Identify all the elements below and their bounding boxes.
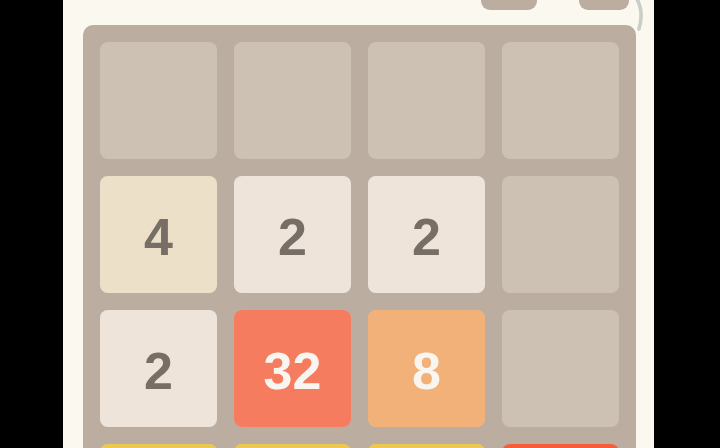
empty-cell xyxy=(502,42,619,159)
letterbox-right xyxy=(654,0,720,448)
empty-cell xyxy=(100,42,217,159)
best-box xyxy=(579,0,629,10)
empty-cell xyxy=(234,42,351,159)
empty-cell xyxy=(502,310,619,427)
empty-cell xyxy=(368,42,485,159)
tile-8: 8 xyxy=(368,310,485,427)
score-box xyxy=(481,0,537,10)
game-stage: 4222328 xyxy=(63,0,654,448)
tile-cropped-red xyxy=(502,444,619,448)
tile-2: 2 xyxy=(368,176,485,293)
screenshot-viewport: 4222328 xyxy=(0,0,720,448)
tile-cropped-gold xyxy=(100,444,217,448)
letterbox-left xyxy=(0,0,63,448)
tile-32: 32 xyxy=(234,310,351,427)
arc-path xyxy=(634,0,641,29)
tile-2: 2 xyxy=(100,310,217,427)
tile-cropped-gold xyxy=(368,444,485,448)
tile-4: 4 xyxy=(100,176,217,293)
empty-cell xyxy=(502,176,619,293)
game-board[interactable]: 4222328 xyxy=(83,25,636,448)
tile-cropped-gold xyxy=(234,444,351,448)
tile-2: 2 xyxy=(234,176,351,293)
